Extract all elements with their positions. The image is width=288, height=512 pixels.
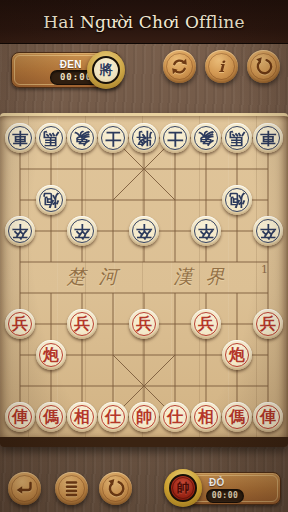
river-label-ha: 河	[99, 261, 118, 292]
piece-black-soldier[interactable]: 卒	[129, 216, 159, 246]
piece-char: 炮	[229, 347, 245, 363]
title-bar: Hai Người Chơi Offline	[0, 0, 288, 44]
piece-black-soldier[interactable]: 卒	[5, 216, 35, 246]
piece-red-elephant[interactable]: 相	[191, 402, 221, 432]
info-icon: i	[211, 56, 232, 77]
piece-black-horse[interactable]: 馬	[222, 123, 252, 153]
piece-char: 兵	[136, 316, 152, 332]
app-screen: Hai Người Chơi Offline ĐEN 00:00 將 i 楚	[0, 0, 288, 512]
red-general-icon: 帥	[169, 474, 197, 502]
piece-black-cannon[interactable]: 炮	[222, 185, 252, 215]
restart-button[interactable]	[247, 50, 280, 83]
piece-char: 俥	[12, 409, 28, 425]
undo-button[interactable]	[8, 472, 41, 505]
piece-char: 仕	[167, 409, 183, 425]
piece-char: 馬	[229, 130, 245, 146]
piece-char: 相	[198, 409, 214, 425]
piece-black-horse[interactable]: 馬	[36, 123, 66, 153]
piece-char: 象	[198, 130, 214, 146]
piece-red-cannon[interactable]: 炮	[222, 340, 252, 370]
piece-red-soldier[interactable]: 兵	[191, 309, 221, 339]
piece-char: 卒	[260, 223, 276, 239]
piece-red-soldier[interactable]: 兵	[5, 309, 35, 339]
piece-red-advisor[interactable]: 仕	[160, 402, 190, 432]
piece-black-soldier[interactable]: 卒	[253, 216, 283, 246]
piece-char: 帥	[136, 409, 152, 425]
piece-black-cannon[interactable]: 炮	[36, 185, 66, 215]
piece-red-chariot[interactable]: 俥	[253, 402, 283, 432]
river-label-han: 漢	[174, 261, 193, 292]
river-label-gioi: 界	[206, 261, 225, 292]
piece-char: 卒	[12, 223, 28, 239]
piece-char: 象	[74, 130, 90, 146]
piece-red-horse[interactable]: 傌	[222, 402, 252, 432]
piece-red-soldier[interactable]: 兵	[253, 309, 283, 339]
piece-red-general[interactable]: 帥	[129, 402, 159, 432]
piece-red-horse[interactable]: 傌	[36, 402, 66, 432]
piece-char: 炮	[43, 347, 59, 363]
menu-icon	[61, 478, 82, 499]
info-button[interactable]: i	[205, 50, 238, 83]
piece-red-chariot[interactable]: 俥	[5, 402, 35, 432]
piece-char: 俥	[260, 409, 276, 425]
piece-char: 車	[260, 130, 276, 146]
menu-button[interactable]	[55, 472, 88, 505]
black-player-avatar: 將	[87, 51, 125, 89]
piece-char: 士	[105, 130, 121, 146]
river-number: 1	[261, 263, 268, 276]
piece-black-chariot[interactable]: 車	[253, 123, 283, 153]
black-player-label: ĐEN	[60, 59, 82, 70]
piece-black-soldier[interactable]: 卒	[67, 216, 97, 246]
piece-char: 卒	[198, 223, 214, 239]
piece-red-soldier[interactable]: 兵	[67, 309, 97, 339]
red-player-timer: 00:00	[206, 489, 244, 503]
piece-char: 兵	[12, 316, 28, 332]
piece-char: 兵	[260, 316, 276, 332]
piece-char: 兵	[198, 316, 214, 332]
piece-char: 仕	[105, 409, 121, 425]
piece-char: 車	[12, 130, 28, 146]
page-title: Hai Người Chơi Offline	[43, 12, 244, 32]
swap-button[interactable]	[163, 50, 196, 83]
piece-char: 士	[167, 130, 183, 146]
swap-icon	[169, 56, 190, 77]
restart-icon	[253, 56, 274, 77]
piece-char: 炮	[229, 192, 245, 208]
river-label-chu: 楚	[67, 261, 86, 292]
undo-icon	[14, 478, 35, 499]
piece-char: 傌	[229, 409, 245, 425]
replay-button[interactable]	[99, 472, 132, 505]
piece-black-advisor[interactable]: 士	[160, 123, 190, 153]
svg-text:i: i	[219, 58, 226, 76]
replay-icon	[105, 478, 126, 499]
piece-char: 卒	[74, 223, 90, 239]
black-general-icon: 將	[92, 56, 120, 84]
piece-char: 相	[74, 409, 90, 425]
piece-red-advisor[interactable]: 仕	[98, 402, 128, 432]
piece-char: 兵	[74, 316, 90, 332]
piece-black-soldier[interactable]: 卒	[191, 216, 221, 246]
piece-char: 將	[136, 130, 152, 146]
piece-char: 卒	[136, 223, 152, 239]
piece-black-elephant[interactable]: 象	[191, 123, 221, 153]
piece-black-advisor[interactable]: 士	[98, 123, 128, 153]
piece-red-cannon[interactable]: 炮	[36, 340, 66, 370]
piece-char: 炮	[43, 192, 59, 208]
piece-black-chariot[interactable]: 車	[5, 123, 35, 153]
piece-red-elephant[interactable]: 相	[67, 402, 97, 432]
red-player-avatar: 帥	[164, 469, 202, 507]
piece-char: 馬	[43, 130, 59, 146]
piece-black-general[interactable]: 將	[129, 123, 159, 153]
piece-char: 傌	[43, 409, 59, 425]
red-player-label: ĐỎ	[209, 477, 225, 488]
piece-black-elephant[interactable]: 象	[67, 123, 97, 153]
piece-red-soldier[interactable]: 兵	[129, 309, 159, 339]
